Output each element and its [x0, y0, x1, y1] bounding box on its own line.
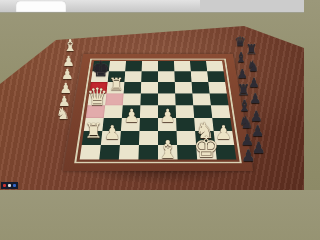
- captured-black-queen: ♛: [234, 35, 246, 48]
- square-e8[interactable]: [158, 61, 174, 71]
- square-c5[interactable]: [123, 93, 141, 105]
- square-f8[interactable]: [174, 61, 191, 71]
- square-d5[interactable]: [140, 93, 158, 105]
- square-d6[interactable]: [141, 82, 158, 93]
- watermark-dot-red: [3, 184, 6, 187]
- piece-black-king-a6[interactable]: ♚: [91, 59, 110, 80]
- piece-white-rook-b5[interactable]: ♜: [108, 77, 123, 94]
- square-f6[interactable]: [175, 82, 193, 93]
- square-b8[interactable]: [109, 61, 126, 71]
- square-c8[interactable]: [125, 61, 142, 71]
- piece-white-rook-a2[interactable]: ♜: [84, 121, 103, 142]
- watermark-dot-blue: [13, 184, 16, 187]
- piece-white-king-g1[interactable]: ♚: [193, 133, 219, 162]
- captured-black-knight: ♞: [247, 59, 260, 73]
- square-e7[interactable]: [158, 71, 175, 82]
- square-g7[interactable]: [191, 71, 209, 82]
- square-d1[interactable]: [138, 145, 158, 160]
- watermark-dot-white: [8, 184, 11, 187]
- square-c6[interactable]: [124, 82, 142, 93]
- captured-black-bishop: ♝: [235, 51, 247, 65]
- square-h6[interactable]: [208, 82, 226, 93]
- square-g4[interactable]: [193, 105, 212, 117]
- captured-white-knight: ♞: [56, 106, 70, 122]
- square-d7[interactable]: [141, 71, 158, 82]
- square-d8[interactable]: [142, 61, 158, 71]
- piece-white-pawn-b2[interactable]: ♟: [104, 123, 121, 142]
- square-c2[interactable]: [120, 131, 140, 145]
- square-h7[interactable]: [207, 71, 225, 82]
- square-d2[interactable]: [139, 131, 158, 145]
- piece-white-bishop-e1[interactable]: ♝: [157, 136, 179, 161]
- piece-white-pawn-c3[interactable]: ♟: [124, 107, 140, 125]
- square-a1[interactable]: [80, 145, 101, 160]
- video-watermark-badge: [1, 182, 18, 189]
- window-tab[interactable]: [16, 1, 66, 12]
- square-h4[interactable]: [211, 105, 230, 117]
- captured-black-pawn: ♟: [241, 149, 255, 165]
- square-h5[interactable]: [210, 93, 229, 105]
- captured-black-rook: ♜: [246, 43, 258, 56]
- square-d4[interactable]: [140, 105, 158, 117]
- piece-white-pawn-e3[interactable]: ♟: [160, 107, 176, 125]
- piece-white-queen-a4[interactable]: ♛: [87, 86, 109, 110]
- square-f7[interactable]: [174, 71, 191, 82]
- titlebar-right-area: [200, 0, 304, 12]
- chess-game-screenshot: { "game": "chess", "app_type": "3d-chess…: [0, 0, 304, 190]
- square-f5[interactable]: [175, 93, 193, 105]
- square-c1[interactable]: [119, 145, 139, 160]
- square-h8[interactable]: [206, 61, 224, 71]
- square-b1[interactable]: [99, 145, 120, 160]
- square-g5[interactable]: [192, 93, 210, 105]
- square-d3[interactable]: [139, 118, 158, 131]
- square-g8[interactable]: [190, 61, 207, 71]
- square-e6[interactable]: [158, 82, 175, 93]
- square-g6[interactable]: [192, 82, 210, 93]
- square-f4[interactable]: [176, 105, 195, 117]
- square-e5[interactable]: [158, 93, 176, 105]
- square-f3[interactable]: [176, 118, 195, 131]
- window-titlebar: [0, 0, 304, 13]
- captured-black-pawn: ♟: [237, 69, 248, 81]
- square-c7[interactable]: [124, 71, 141, 82]
